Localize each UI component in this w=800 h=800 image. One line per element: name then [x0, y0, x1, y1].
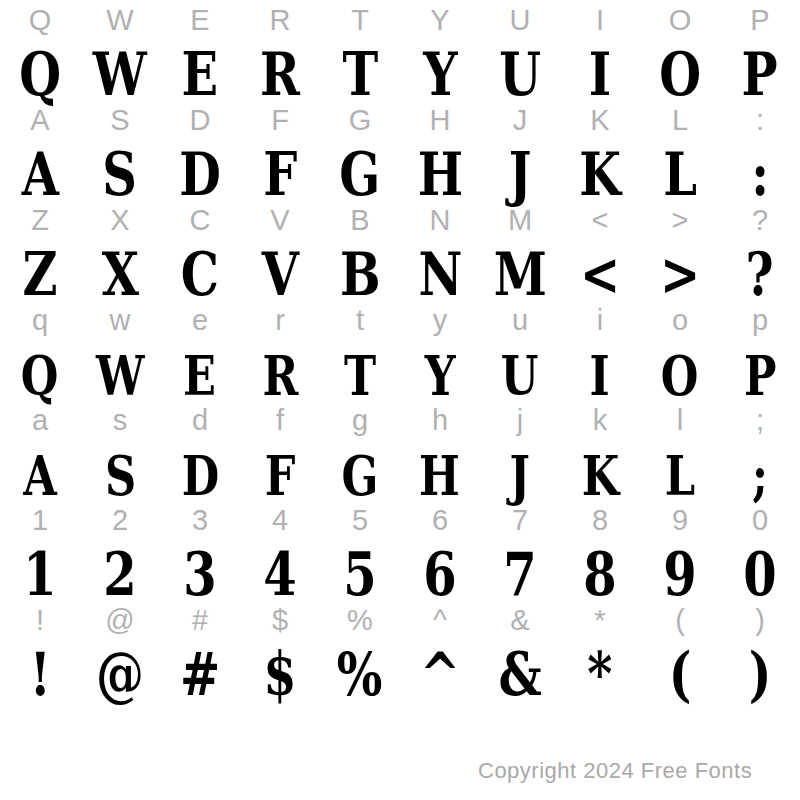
glyph-cell: F: [240, 135, 320, 202]
character: E: [190, 6, 209, 35]
glyph-cell: $: [240, 635, 320, 702]
glyph-cell: Q: [0, 35, 80, 102]
glyph-cell: 6: [400, 535, 480, 602]
glyph-cell: ): [720, 635, 800, 702]
character: 4: [263, 547, 296, 602]
character: :: [751, 147, 769, 202]
character: 8: [592, 506, 608, 535]
glyph-cell: E: [160, 335, 240, 402]
glyph-row: !@#$%^&*(): [0, 635, 800, 702]
character: y: [433, 306, 448, 335]
character: ;: [756, 406, 764, 435]
glyph-cell: O: [640, 35, 720, 102]
block-symbols: !@#$%^&*() !@#$%^&*(): [0, 602, 800, 702]
character: P: [750, 6, 769, 35]
glyph-cell: W: [80, 35, 160, 102]
glyph-cell: #: [160, 635, 240, 702]
character: $: [272, 606, 288, 635]
character: 1: [23, 547, 56, 602]
character: V: [261, 247, 298, 302]
character: G: [340, 147, 381, 202]
character: L: [663, 147, 697, 202]
character: I: [596, 6, 604, 35]
character: B: [350, 206, 369, 235]
character: Q: [19, 47, 61, 102]
character: E: [182, 47, 219, 102]
glyph-cell: 5: [320, 535, 400, 602]
glyph-cell: 1: [0, 535, 80, 602]
character: ): [749, 647, 772, 702]
glyph-cell: I: [560, 335, 640, 402]
character: C: [190, 206, 211, 235]
glyph-cell: @: [80, 635, 160, 702]
character: >: [660, 247, 700, 302]
character: W: [106, 6, 133, 35]
glyph-cell: S: [80, 435, 160, 502]
character: 0: [743, 547, 776, 602]
character: A: [30, 106, 49, 135]
character: *: [594, 606, 605, 635]
character: %: [347, 606, 373, 635]
glyph-cell: B: [320, 235, 400, 302]
glyph-cell: K: [560, 135, 640, 202]
glyph-cell: H: [400, 135, 480, 202]
glyph-cell: R: [240, 335, 320, 402]
glyph-cell: U: [480, 335, 560, 402]
glyph-cell: Y: [400, 335, 480, 402]
block-digits: 1234567890 1234567890: [0, 502, 800, 602]
character: V: [270, 206, 289, 235]
glyph-row: ASDFGHJKL:: [0, 135, 800, 202]
character: T: [351, 6, 369, 35]
character: E: [184, 352, 217, 402]
character: 3: [192, 506, 208, 535]
glyph-cell: L: [640, 435, 720, 502]
character: F: [265, 452, 296, 502]
character: 5: [352, 506, 368, 535]
key-label-cell: Q: [0, 2, 80, 35]
character: K: [579, 147, 621, 202]
glyph-cell: :: [720, 135, 800, 202]
character: o: [672, 306, 688, 335]
character: j: [517, 406, 523, 435]
character: *: [587, 647, 612, 702]
character: #: [180, 647, 220, 702]
glyph-cell: (: [640, 635, 720, 702]
character: @: [96, 647, 144, 702]
character: h: [432, 406, 448, 435]
glyph-row: ASDFGHJKL;: [0, 435, 800, 502]
character: 2: [112, 506, 128, 535]
glyph-cell: 3: [160, 535, 240, 602]
character: 1: [32, 506, 48, 535]
character: M: [508, 206, 532, 235]
glyph-cell: ^: [400, 635, 480, 702]
glyph-cell: T: [320, 335, 400, 402]
character: @: [105, 606, 134, 635]
character: H: [420, 452, 461, 502]
glyph-cell: E: [160, 35, 240, 102]
character: O: [661, 352, 699, 402]
character: a: [32, 406, 48, 435]
character: W: [96, 352, 145, 402]
character: $: [263, 647, 296, 702]
character: q: [32, 306, 48, 335]
glyph-cell: 9: [640, 535, 720, 602]
glyph-cell: 8: [560, 535, 640, 602]
character: l: [677, 406, 683, 435]
character: ^: [433, 606, 447, 635]
glyph-cell: R: [240, 35, 320, 102]
key-label-cell: R: [240, 2, 320, 35]
character: K: [590, 106, 609, 135]
character: Q: [29, 6, 52, 35]
glyph-cell: H: [400, 435, 480, 502]
character: 7: [503, 547, 536, 602]
glyph-cell: ?: [720, 235, 800, 302]
character: S: [103, 147, 138, 202]
character: !: [29, 647, 50, 702]
character: %: [337, 647, 383, 702]
character: D: [181, 452, 218, 502]
glyph-cell: P: [720, 335, 800, 402]
key-label-cell: T: [320, 2, 400, 35]
glyph-cell: C: [160, 235, 240, 302]
glyph-cell: 0: [720, 535, 800, 602]
key-label-cell: I: [560, 2, 640, 35]
character: S: [104, 452, 135, 502]
character: O: [669, 6, 692, 35]
character: X: [110, 206, 129, 235]
character: ): [755, 606, 765, 635]
character: f: [276, 406, 284, 435]
character: Z: [31, 206, 49, 235]
character: D: [179, 147, 221, 202]
character: N: [418, 247, 462, 302]
glyph-cell: N: [400, 235, 480, 302]
character: H: [430, 106, 451, 135]
glyph-row: QWERTYUIOP: [0, 35, 800, 102]
character: r: [275, 306, 285, 335]
character: M: [493, 247, 546, 302]
glyph-cell: O: [640, 335, 720, 402]
character: ?: [746, 247, 774, 302]
character: 8: [583, 547, 616, 602]
glyph-cell: V: [240, 235, 320, 302]
glyph-cell: 7: [480, 535, 560, 602]
key-label-cell: U: [480, 2, 560, 35]
glyph-cell: S: [80, 135, 160, 202]
character: !: [36, 606, 44, 635]
character: :: [756, 106, 764, 135]
character: 0: [752, 506, 768, 535]
character: p: [752, 306, 768, 335]
glyph-cell: &: [480, 635, 560, 702]
character: (: [675, 606, 685, 635]
glyph-cell: %: [320, 635, 400, 702]
character: U: [510, 6, 531, 35]
character: <: [580, 247, 620, 302]
character: w: [110, 306, 131, 335]
glyph-cell: ;: [720, 435, 800, 502]
key-label-cell: P: [720, 2, 800, 35]
key-label-cell: O: [640, 2, 720, 35]
glyph-cell: T: [320, 35, 400, 102]
character: Q: [21, 352, 59, 402]
character: T: [344, 352, 376, 402]
character: #: [192, 606, 208, 635]
glyph-cell: Y: [400, 35, 480, 102]
character: G: [342, 452, 379, 502]
character: e: [192, 306, 208, 335]
character: u: [512, 306, 528, 335]
character: O: [659, 47, 701, 102]
character: ;: [752, 452, 768, 502]
character: 4: [272, 506, 288, 535]
character: 2: [103, 547, 136, 602]
key-label-cell: Y: [400, 2, 480, 35]
character: C: [181, 247, 219, 302]
character: k: [593, 406, 608, 435]
character: 9: [663, 547, 696, 602]
character: R: [262, 352, 298, 402]
glyph-cell: A: [0, 135, 80, 202]
glyph-cell: J: [480, 435, 560, 502]
character: 7: [512, 506, 528, 535]
character: K: [581, 452, 619, 502]
character: I: [590, 352, 610, 402]
glyph-cell: G: [320, 135, 400, 202]
block-uppercase-asdf: ASDFGHJKL: ASDFGHJKL:: [0, 102, 800, 202]
glyph-cell: D: [160, 135, 240, 202]
character: B: [340, 247, 381, 302]
glyph-cell: U: [480, 35, 560, 102]
character: P: [742, 47, 778, 102]
glyph-row: QWERTYUIOP: [0, 335, 800, 402]
character: 5: [343, 547, 376, 602]
character: &: [498, 647, 541, 702]
glyph-cell: A: [0, 435, 80, 502]
glyph-cell: D: [160, 435, 240, 502]
character: H: [417, 147, 462, 202]
character: i: [597, 306, 603, 335]
glyph-cell: 4: [240, 535, 320, 602]
character: <: [592, 206, 609, 235]
character: ?: [752, 206, 768, 235]
character: Y: [425, 352, 456, 402]
key-label-row: QWERTYUIOP: [0, 2, 800, 35]
character: F: [271, 106, 289, 135]
character: Y: [423, 47, 457, 102]
character: L: [672, 106, 688, 135]
character: D: [190, 106, 211, 135]
character: G: [349, 106, 372, 135]
glyph-cell: *: [560, 635, 640, 702]
character: T: [342, 47, 378, 102]
glyph-cell: M: [480, 235, 560, 302]
glyph-cell: L: [640, 135, 720, 202]
character: R: [260, 47, 300, 102]
key-label-cell: W: [80, 2, 160, 35]
glyph-cell: >: [640, 235, 720, 302]
glyph-cell: !: [0, 635, 80, 702]
glyph-cell: I: [560, 35, 640, 102]
glyph-cell: F: [240, 435, 320, 502]
character: S: [110, 106, 129, 135]
character: 9: [672, 506, 688, 535]
glyph-cell: <: [560, 235, 640, 302]
character: N: [430, 206, 451, 235]
character: R: [270, 6, 291, 35]
character: t: [356, 306, 364, 335]
character: X: [101, 247, 138, 302]
glyph-cell: W: [80, 335, 160, 402]
character: F: [263, 147, 297, 202]
glyph-cell: X: [80, 235, 160, 302]
character: J: [510, 452, 530, 502]
block-uppercase-qwerty: QWERTYUIOP QWERTYUIOP: [0, 2, 800, 102]
glyph-row: ZXCVBNM<>?: [0, 235, 800, 302]
character: J: [509, 147, 532, 202]
character: 6: [423, 547, 456, 602]
character: L: [665, 452, 695, 502]
character-map-sheet: QWERTYUIOP QWERTYUIOP ASDFGHJKL: ASDFGHJ…: [0, 2, 800, 702]
character: W: [93, 47, 147, 102]
character: 3: [183, 547, 216, 602]
character: I: [589, 47, 611, 102]
glyph-cell: Z: [0, 235, 80, 302]
character: J: [513, 106, 528, 135]
character: s: [113, 406, 128, 435]
block-uppercase-zxcv: ZXCVBNM<>? ZXCVBNM<>?: [0, 202, 800, 302]
character: g: [352, 406, 368, 435]
character: Y: [430, 6, 449, 35]
character: (: [669, 647, 692, 702]
character: &: [510, 606, 529, 635]
glyph-cell: 2: [80, 535, 160, 602]
glyph-cell: J: [480, 135, 560, 202]
block-lowercase-qwerty: qwertyuiop QWERTYUIOP: [0, 302, 800, 402]
character: d: [192, 406, 208, 435]
glyph-cell: Q: [0, 335, 80, 402]
copyright-watermark: Copyright 2024 Free Fonts: [478, 758, 752, 784]
character: 6: [432, 506, 448, 535]
glyph-row: 1234567890: [0, 535, 800, 602]
character: U: [501, 352, 539, 402]
key-label-cell: E: [160, 2, 240, 35]
block-lowercase-asdf: asdfghjkl; ASDFGHJKL;: [0, 402, 800, 502]
character: U: [499, 47, 541, 102]
character: A: [23, 452, 57, 502]
glyph-cell: P: [720, 35, 800, 102]
character: P: [744, 352, 776, 402]
glyph-cell: G: [320, 435, 400, 502]
character: A: [21, 147, 58, 202]
character: Z: [22, 247, 57, 302]
character: >: [672, 206, 689, 235]
glyph-cell: K: [560, 435, 640, 502]
character: ^: [420, 647, 460, 702]
